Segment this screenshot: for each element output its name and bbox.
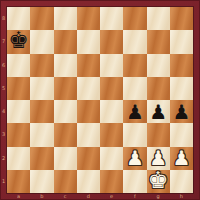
square-h1[interactable] bbox=[170, 170, 193, 193]
chess-board: ♚♟♟♟♟♟♟♚ 87654321abcdefgh bbox=[0, 0, 200, 200]
square-e4[interactable] bbox=[100, 100, 123, 123]
square-c7[interactable] bbox=[54, 30, 77, 53]
square-e1[interactable] bbox=[100, 170, 123, 193]
square-e8[interactable] bbox=[100, 7, 123, 30]
square-f7[interactable] bbox=[123, 30, 146, 53]
square-b2[interactable] bbox=[30, 147, 53, 170]
square-h6[interactable] bbox=[170, 54, 193, 77]
square-e6[interactable] bbox=[100, 54, 123, 77]
board-grid: ♚♟♟♟♟♟♟♚ bbox=[7, 7, 193, 193]
square-g4[interactable]: ♟ bbox=[147, 100, 170, 123]
square-a6[interactable] bbox=[7, 54, 30, 77]
white-pawn[interactable]: ♟ bbox=[126, 148, 144, 168]
square-g5[interactable] bbox=[147, 77, 170, 100]
square-f6[interactable] bbox=[123, 54, 146, 77]
square-a3[interactable] bbox=[7, 123, 30, 146]
file-label-h: h bbox=[170, 193, 193, 200]
square-a4[interactable] bbox=[7, 100, 30, 123]
square-a7[interactable]: ♚ bbox=[7, 30, 30, 53]
white-king[interactable]: ♚ bbox=[148, 169, 169, 192]
square-f3[interactable] bbox=[123, 123, 146, 146]
square-h4[interactable]: ♟ bbox=[170, 100, 193, 123]
square-e3[interactable] bbox=[100, 123, 123, 146]
square-c1[interactable] bbox=[54, 170, 77, 193]
square-e2[interactable] bbox=[100, 147, 123, 170]
square-b6[interactable] bbox=[30, 54, 53, 77]
square-c2[interactable] bbox=[54, 147, 77, 170]
square-a5[interactable] bbox=[7, 77, 30, 100]
square-g1[interactable]: ♚ bbox=[147, 170, 170, 193]
square-f2[interactable]: ♟ bbox=[123, 147, 146, 170]
square-e5[interactable] bbox=[100, 77, 123, 100]
square-a2[interactable] bbox=[7, 147, 30, 170]
rank-label-7: 7 bbox=[0, 30, 7, 53]
square-d6[interactable] bbox=[77, 54, 100, 77]
black-pawn[interactable]: ♟ bbox=[149, 102, 167, 122]
white-pawn[interactable]: ♟ bbox=[149, 148, 167, 168]
square-h7[interactable] bbox=[170, 30, 193, 53]
square-h8[interactable] bbox=[170, 7, 193, 30]
rank-label-3: 3 bbox=[0, 123, 7, 146]
file-label-g: g bbox=[147, 193, 170, 200]
rank-label-5: 5 bbox=[0, 77, 7, 100]
black-pawn[interactable]: ♟ bbox=[126, 102, 144, 122]
white-pawn[interactable]: ♟ bbox=[172, 148, 190, 168]
file-label-c: c bbox=[54, 193, 77, 200]
square-h5[interactable] bbox=[170, 77, 193, 100]
square-b7[interactable] bbox=[30, 30, 53, 53]
square-c8[interactable] bbox=[54, 7, 77, 30]
file-label-e: e bbox=[100, 193, 123, 200]
square-g7[interactable] bbox=[147, 30, 170, 53]
square-a1[interactable] bbox=[7, 170, 30, 193]
square-g8[interactable] bbox=[147, 7, 170, 30]
file-label-b: b bbox=[30, 193, 53, 200]
black-king[interactable]: ♚ bbox=[8, 29, 29, 52]
square-f4[interactable]: ♟ bbox=[123, 100, 146, 123]
square-d8[interactable] bbox=[77, 7, 100, 30]
rank-label-4: 4 bbox=[0, 100, 7, 123]
square-f1[interactable] bbox=[123, 170, 146, 193]
square-h2[interactable]: ♟ bbox=[170, 147, 193, 170]
square-f8[interactable] bbox=[123, 7, 146, 30]
square-d5[interactable] bbox=[77, 77, 100, 100]
file-label-a: a bbox=[7, 193, 30, 200]
square-g6[interactable] bbox=[147, 54, 170, 77]
file-label-f: f bbox=[123, 193, 146, 200]
square-d3[interactable] bbox=[77, 123, 100, 146]
square-h3[interactable] bbox=[170, 123, 193, 146]
square-b3[interactable] bbox=[30, 123, 53, 146]
rank-label-6: 6 bbox=[0, 54, 7, 77]
square-b1[interactable] bbox=[30, 170, 53, 193]
rank-label-1: 1 bbox=[0, 170, 7, 193]
square-c5[interactable] bbox=[54, 77, 77, 100]
rank-label-8: 8 bbox=[0, 7, 7, 30]
square-b5[interactable] bbox=[30, 77, 53, 100]
square-d1[interactable] bbox=[77, 170, 100, 193]
file-label-d: d bbox=[77, 193, 100, 200]
square-b8[interactable] bbox=[30, 7, 53, 30]
square-e7[interactable] bbox=[100, 30, 123, 53]
square-b4[interactable] bbox=[30, 100, 53, 123]
square-d7[interactable] bbox=[77, 30, 100, 53]
rank-label-2: 2 bbox=[0, 147, 7, 170]
square-c4[interactable] bbox=[54, 100, 77, 123]
square-g3[interactable] bbox=[147, 123, 170, 146]
square-f5[interactable] bbox=[123, 77, 146, 100]
square-d2[interactable] bbox=[77, 147, 100, 170]
square-d4[interactable] bbox=[77, 100, 100, 123]
square-c3[interactable] bbox=[54, 123, 77, 146]
black-pawn[interactable]: ♟ bbox=[172, 102, 190, 122]
square-c6[interactable] bbox=[54, 54, 77, 77]
